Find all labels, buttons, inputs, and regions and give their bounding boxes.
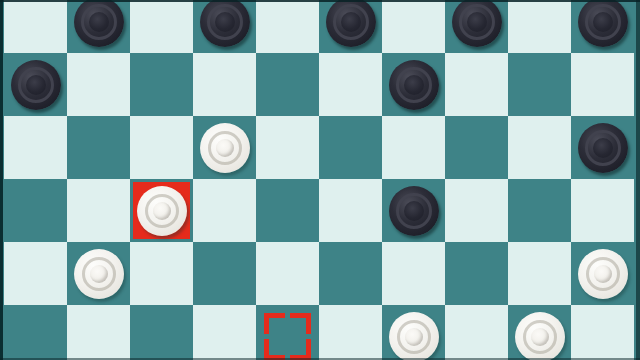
square-r3c1[interactable] bbox=[67, 179, 130, 242]
square-r3c8[interactable] bbox=[508, 179, 571, 242]
white-man-piece[interactable] bbox=[515, 312, 565, 360]
square-r0c7[interactable] bbox=[445, 0, 508, 53]
square-r3c9[interactable] bbox=[571, 179, 634, 242]
square-r5c6[interactable] bbox=[382, 305, 445, 360]
square-r4c0[interactable] bbox=[4, 242, 67, 305]
square-r1c7[interactable] bbox=[445, 53, 508, 116]
square-r3c5[interactable] bbox=[319, 179, 382, 242]
black-man-piece[interactable] bbox=[578, 123, 628, 173]
black-man-piece[interactable] bbox=[200, 0, 250, 47]
white-man-piece[interactable] bbox=[137, 186, 187, 236]
square-r1c5[interactable] bbox=[319, 53, 382, 116]
bracket-corner bbox=[264, 313, 285, 334]
square-r4c9[interactable] bbox=[571, 242, 634, 305]
square-r2c9[interactable] bbox=[571, 116, 634, 179]
black-man-piece[interactable] bbox=[578, 0, 628, 47]
square-r4c3[interactable] bbox=[193, 242, 256, 305]
black-man-piece[interactable] bbox=[74, 0, 124, 47]
square-r5c3[interactable] bbox=[193, 305, 256, 360]
square-r2c6[interactable] bbox=[382, 116, 445, 179]
square-r1c6[interactable] bbox=[382, 53, 445, 116]
square-r2c2[interactable] bbox=[130, 116, 193, 179]
white-man-piece[interactable] bbox=[389, 312, 439, 360]
square-r5c5[interactable] bbox=[319, 305, 382, 360]
square-r0c9[interactable] bbox=[571, 0, 634, 53]
square-r3c0[interactable] bbox=[4, 179, 67, 242]
square-r0c6[interactable] bbox=[382, 0, 445, 53]
square-r1c1[interactable] bbox=[67, 53, 130, 116]
square-r0c8[interactable] bbox=[508, 0, 571, 53]
square-r5c0[interactable] bbox=[4, 305, 67, 360]
square-r4c8[interactable] bbox=[508, 242, 571, 305]
square-r1c8[interactable] bbox=[508, 53, 571, 116]
square-r0c1[interactable] bbox=[67, 0, 130, 53]
square-r2c7[interactable] bbox=[445, 116, 508, 179]
square-r1c0[interactable] bbox=[4, 53, 67, 116]
square-r0c5[interactable] bbox=[319, 0, 382, 53]
square-r2c4[interactable] bbox=[256, 116, 319, 179]
bracket-corner bbox=[290, 313, 311, 334]
video-edge-right bbox=[636, 0, 640, 360]
bracket-corner bbox=[264, 339, 285, 360]
square-r1c4[interactable] bbox=[256, 53, 319, 116]
square-r5c4[interactable] bbox=[256, 305, 319, 360]
white-man-piece[interactable] bbox=[200, 123, 250, 173]
square-r4c4[interactable] bbox=[256, 242, 319, 305]
white-man-piece[interactable] bbox=[74, 249, 124, 299]
square-r1c3[interactable] bbox=[193, 53, 256, 116]
white-man-piece[interactable] bbox=[578, 249, 628, 299]
square-r1c9[interactable] bbox=[571, 53, 634, 116]
square-r1c2[interactable] bbox=[130, 53, 193, 116]
square-r0c2[interactable] bbox=[130, 0, 193, 53]
square-r0c3[interactable] bbox=[193, 0, 256, 53]
square-r3c3[interactable] bbox=[193, 179, 256, 242]
black-man-piece[interactable] bbox=[326, 0, 376, 47]
square-r2c0[interactable] bbox=[4, 116, 67, 179]
square-r2c3[interactable] bbox=[193, 116, 256, 179]
square-r2c8[interactable] bbox=[508, 116, 571, 179]
square-r5c9[interactable] bbox=[571, 305, 634, 360]
square-r2c1[interactable] bbox=[67, 116, 130, 179]
square-r2c5[interactable] bbox=[319, 116, 382, 179]
bracket-corner bbox=[290, 339, 311, 360]
square-r4c6[interactable] bbox=[382, 242, 445, 305]
square-r0c0[interactable] bbox=[4, 0, 67, 53]
square-r5c1[interactable] bbox=[67, 305, 130, 360]
game-viewport bbox=[0, 0, 640, 360]
black-man-piece[interactable] bbox=[389, 60, 439, 110]
checkers-board bbox=[4, 0, 634, 360]
square-r4c5[interactable] bbox=[319, 242, 382, 305]
square-r5c8[interactable] bbox=[508, 305, 571, 360]
square-r3c2[interactable] bbox=[130, 179, 193, 242]
square-r3c4[interactable] bbox=[256, 179, 319, 242]
square-r0c4[interactable] bbox=[256, 0, 319, 53]
black-man-piece[interactable] bbox=[389, 186, 439, 236]
square-r4c2[interactable] bbox=[130, 242, 193, 305]
black-man-piece[interactable] bbox=[11, 60, 61, 110]
square-r3c7[interactable] bbox=[445, 179, 508, 242]
square-r4c7[interactable] bbox=[445, 242, 508, 305]
move-target-marker bbox=[264, 313, 311, 360]
square-r5c7[interactable] bbox=[445, 305, 508, 360]
square-r5c2[interactable] bbox=[130, 305, 193, 360]
square-r3c6[interactable] bbox=[382, 179, 445, 242]
video-edge-left bbox=[0, 0, 3, 360]
square-r4c1[interactable] bbox=[67, 242, 130, 305]
black-man-piece[interactable] bbox=[452, 0, 502, 47]
